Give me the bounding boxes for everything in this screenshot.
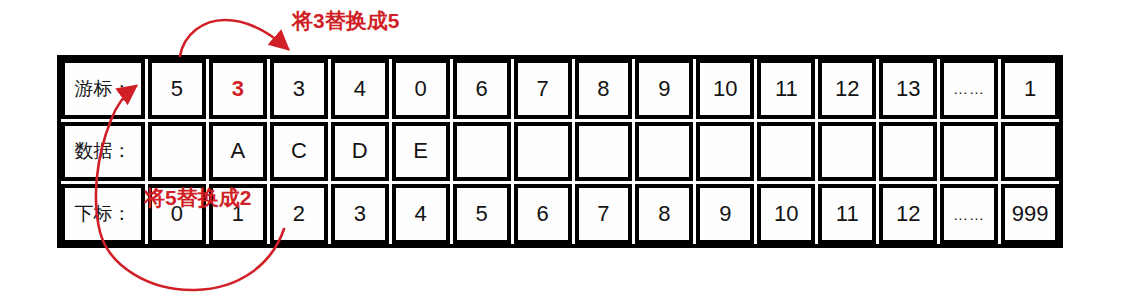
cell-cursor-13: …… <box>940 59 998 119</box>
array-table: 游标：53340678910111213……1数据：ACDE下标：0123456… <box>57 55 1063 248</box>
annotation-replace-5-with-2: 将5替换成2 <box>144 186 251 209</box>
arrow-replace-cursor-cell <box>180 20 288 56</box>
cell-data-3: D <box>331 122 389 182</box>
cell-cursor-3: 4 <box>331 59 389 119</box>
cell-index-10: 10 <box>757 184 815 244</box>
cell-cursor-4: 0 <box>392 59 450 119</box>
cell-index-12: 12 <box>879 184 937 244</box>
static-linked-list-diagram: 将3替换成5 将5替换成2 游标：53340678910111213……1数据：… <box>0 0 1129 303</box>
cell-cursor-8: 9 <box>635 59 693 119</box>
row-label-data: 数据： <box>61 122 145 182</box>
cell-index-14: 999 <box>1001 184 1059 244</box>
cell-data-0 <box>148 122 206 182</box>
cell-data-9 <box>696 122 754 182</box>
row-label-index: 下标： <box>61 184 145 244</box>
cell-index-9: 9 <box>696 184 754 244</box>
cell-data-11 <box>818 122 876 182</box>
cell-data-1: A <box>209 122 267 182</box>
cell-data-14 <box>1001 122 1059 182</box>
cell-data-2: C <box>270 122 328 182</box>
cell-data-13 <box>940 122 998 182</box>
cell-cursor-9: 10 <box>696 59 754 119</box>
cell-cursor-10: 11 <box>757 59 815 119</box>
cell-data-12 <box>879 122 937 182</box>
cell-index-11: 11 <box>818 184 876 244</box>
cell-data-7 <box>575 122 633 182</box>
cell-cursor-1: 3 <box>209 59 267 119</box>
annotation-replace-3-with-5: 将3替换成5 <box>292 9 399 32</box>
cell-cursor-0: 5 <box>148 59 206 119</box>
cell-data-10 <box>757 122 815 182</box>
cell-cursor-14: 1 <box>1001 59 1059 119</box>
cell-index-13: …… <box>940 184 998 244</box>
cell-data-5 <box>453 122 511 182</box>
cell-index-3: 3 <box>331 184 389 244</box>
cell-index-7: 7 <box>575 184 633 244</box>
cell-cursor-12: 13 <box>879 59 937 119</box>
cell-index-2: 2 <box>270 184 328 244</box>
cell-data-8 <box>635 122 693 182</box>
cell-cursor-11: 12 <box>818 59 876 119</box>
cell-index-5: 5 <box>453 184 511 244</box>
cell-data-6 <box>514 122 572 182</box>
cell-cursor-6: 7 <box>514 59 572 119</box>
row-label-cursor: 游标： <box>61 59 145 119</box>
cell-cursor-5: 6 <box>453 59 511 119</box>
cell-cursor-2: 3 <box>270 59 328 119</box>
cell-cursor-7: 8 <box>575 59 633 119</box>
cell-index-4: 4 <box>392 184 450 244</box>
cell-index-8: 8 <box>635 184 693 244</box>
cell-data-4: E <box>392 122 450 182</box>
cell-index-6: 6 <box>514 184 572 244</box>
